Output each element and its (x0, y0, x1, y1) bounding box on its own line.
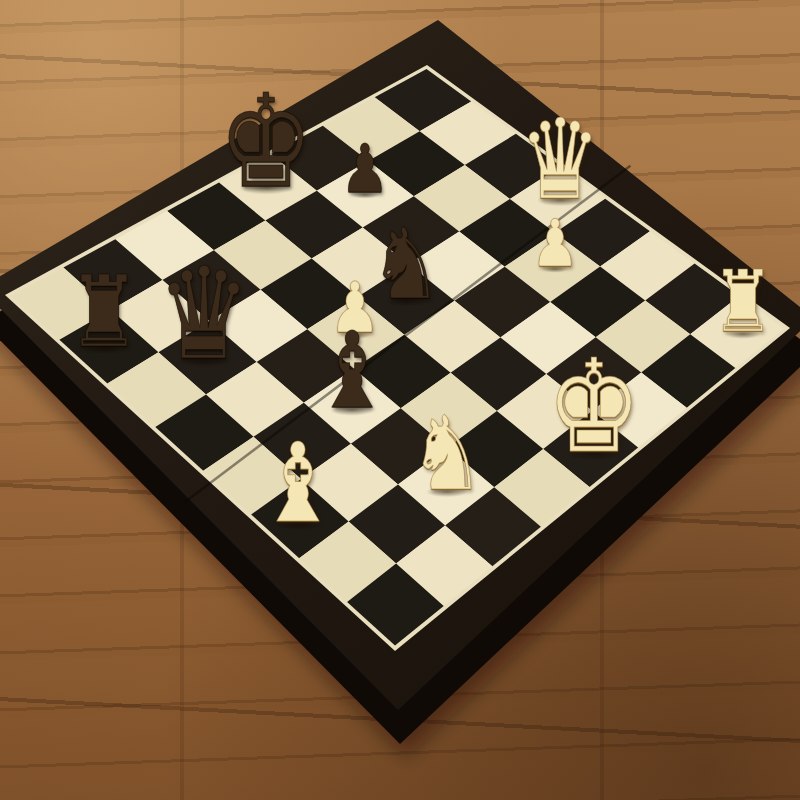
table-surface: ♚♜♛♞♝♟♚♛♜♞♝♟♟ chess 1r3B2/2q5/4b1N1/3P4/… (0, 0, 800, 800)
chess-board (0, 0, 800, 800)
